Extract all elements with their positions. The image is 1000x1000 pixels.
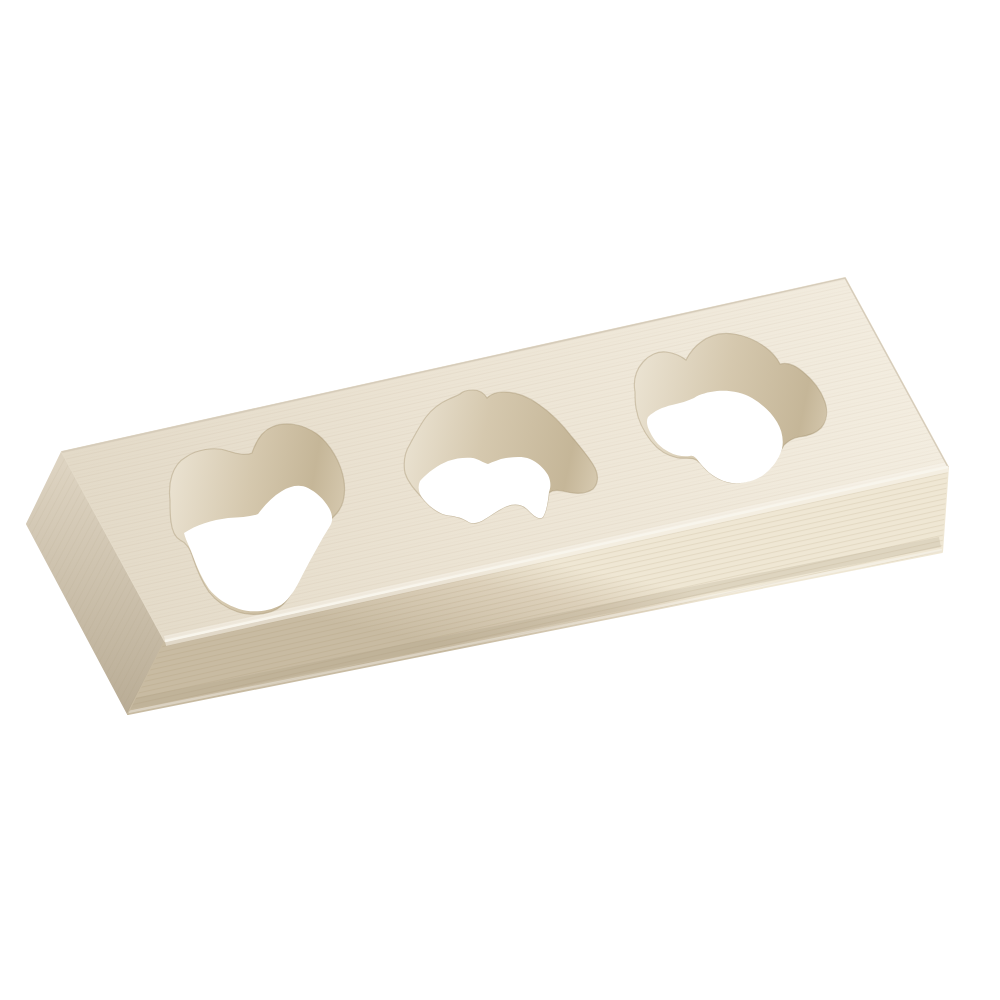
wooden-board-illustration (0, 0, 1000, 1000)
product-photo (0, 0, 1000, 1000)
